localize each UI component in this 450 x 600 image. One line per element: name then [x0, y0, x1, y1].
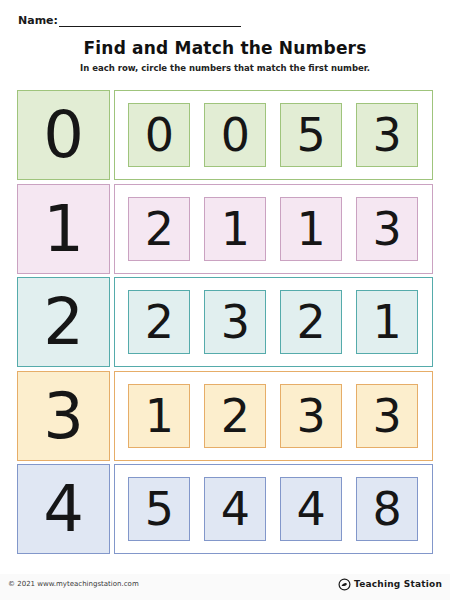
copyright-text: © 2021 www.myteachingstation.com [8, 580, 139, 588]
option-number-cell[interactable]: 3 [204, 290, 266, 354]
option-number-cell[interactable]: 1 [280, 197, 342, 261]
option-number-cell[interactable]: 3 [356, 197, 418, 261]
footer: © 2021 www.myteachingstation.com Teachin… [0, 574, 450, 600]
target-number-cell: 4 [17, 464, 110, 554]
options-region: 2113 [114, 184, 434, 274]
brand-name: Teaching Station [354, 579, 442, 589]
match-row-3: 31233 [17, 371, 433, 461]
option-number-cell[interactable]: 3 [280, 384, 342, 448]
worksheet-instructions: In each row, circle the numbers that mat… [0, 63, 450, 73]
option-number-cell[interactable]: 2 [128, 197, 190, 261]
target-number-cell: 1 [17, 184, 110, 274]
name-row: Name: [18, 14, 450, 27]
worksheet-title: Find and Match the Numbers [0, 38, 450, 58]
option-number-cell[interactable]: 5 [128, 477, 190, 541]
option-number-cell[interactable]: 1 [204, 197, 266, 261]
option-number-cell[interactable]: 4 [280, 477, 342, 541]
target-number-cell: 2 [17, 277, 110, 367]
target-number-cell: 3 [17, 371, 110, 461]
options-region: 0053 [114, 90, 434, 180]
match-row-1: 12113 [17, 184, 433, 274]
brand: Teaching Station [338, 578, 442, 591]
target-number-cell: 0 [17, 90, 110, 180]
options-region: 2321 [114, 277, 434, 367]
option-number-cell[interactable]: 2 [280, 290, 342, 354]
options-region: 1233 [114, 371, 434, 461]
option-number-cell[interactable]: 3 [356, 103, 418, 167]
number-match-grid: 0005312113223213123345448 [17, 90, 433, 554]
teaching-station-logo-icon [338, 578, 351, 591]
option-number-cell[interactable]: 1 [128, 384, 190, 448]
option-number-cell[interactable]: 4 [204, 477, 266, 541]
option-number-cell[interactable]: 2 [204, 384, 266, 448]
name-label: Name: [18, 14, 58, 27]
option-number-cell[interactable]: 2 [128, 290, 190, 354]
option-number-cell[interactable]: 5 [280, 103, 342, 167]
option-number-cell[interactable]: 0 [204, 103, 266, 167]
option-number-cell[interactable]: 0 [128, 103, 190, 167]
match-row-2: 22321 [17, 277, 433, 367]
match-row-4: 45448 [17, 464, 433, 554]
name-input-line[interactable] [59, 15, 241, 27]
match-row-0: 00053 [17, 90, 433, 180]
option-number-cell[interactable]: 1 [356, 290, 418, 354]
options-region: 5448 [114, 464, 434, 554]
option-number-cell[interactable]: 8 [356, 477, 418, 541]
option-number-cell[interactable]: 3 [356, 384, 418, 448]
